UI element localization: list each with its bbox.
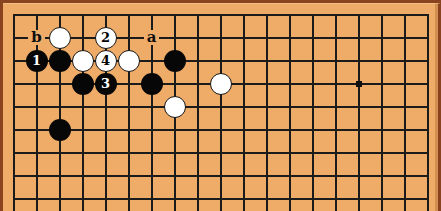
board-point	[163, 49, 186, 72]
black-stone	[49, 50, 71, 72]
white-stone	[164, 96, 186, 118]
white-stone	[118, 50, 140, 72]
board-grid: b2a143	[2, 3, 439, 210]
black-stone: 1	[26, 50, 48, 72]
board-point	[48, 49, 71, 72]
white-stone	[210, 73, 232, 95]
white-stone	[49, 27, 71, 49]
board-point	[71, 72, 94, 95]
board-point	[71, 49, 94, 72]
black-stone	[72, 73, 94, 95]
board-point	[48, 26, 71, 49]
black-stone	[164, 50, 186, 72]
go-diagram: b2a143	[0, 0, 441, 211]
board-point	[163, 95, 186, 118]
black-stone: 3	[95, 73, 117, 95]
board-point: b	[25, 26, 48, 49]
point-label: a	[144, 30, 160, 46]
hoshi-marker	[356, 81, 362, 87]
white-stone	[72, 50, 94, 72]
black-stone	[49, 119, 71, 141]
board-point: 1	[25, 49, 48, 72]
board-point	[48, 118, 71, 141]
white-stone: 2	[95, 27, 117, 49]
board-point: 2	[94, 26, 117, 49]
board-point: a	[140, 26, 163, 49]
board-point	[117, 49, 140, 72]
board-point	[209, 72, 232, 95]
white-stone: 4	[95, 50, 117, 72]
board-point	[347, 72, 370, 95]
board-point	[140, 72, 163, 95]
point-label: b	[28, 30, 45, 46]
black-stone	[141, 73, 163, 95]
board-point: 3	[94, 72, 117, 95]
board-point: 4	[94, 49, 117, 72]
